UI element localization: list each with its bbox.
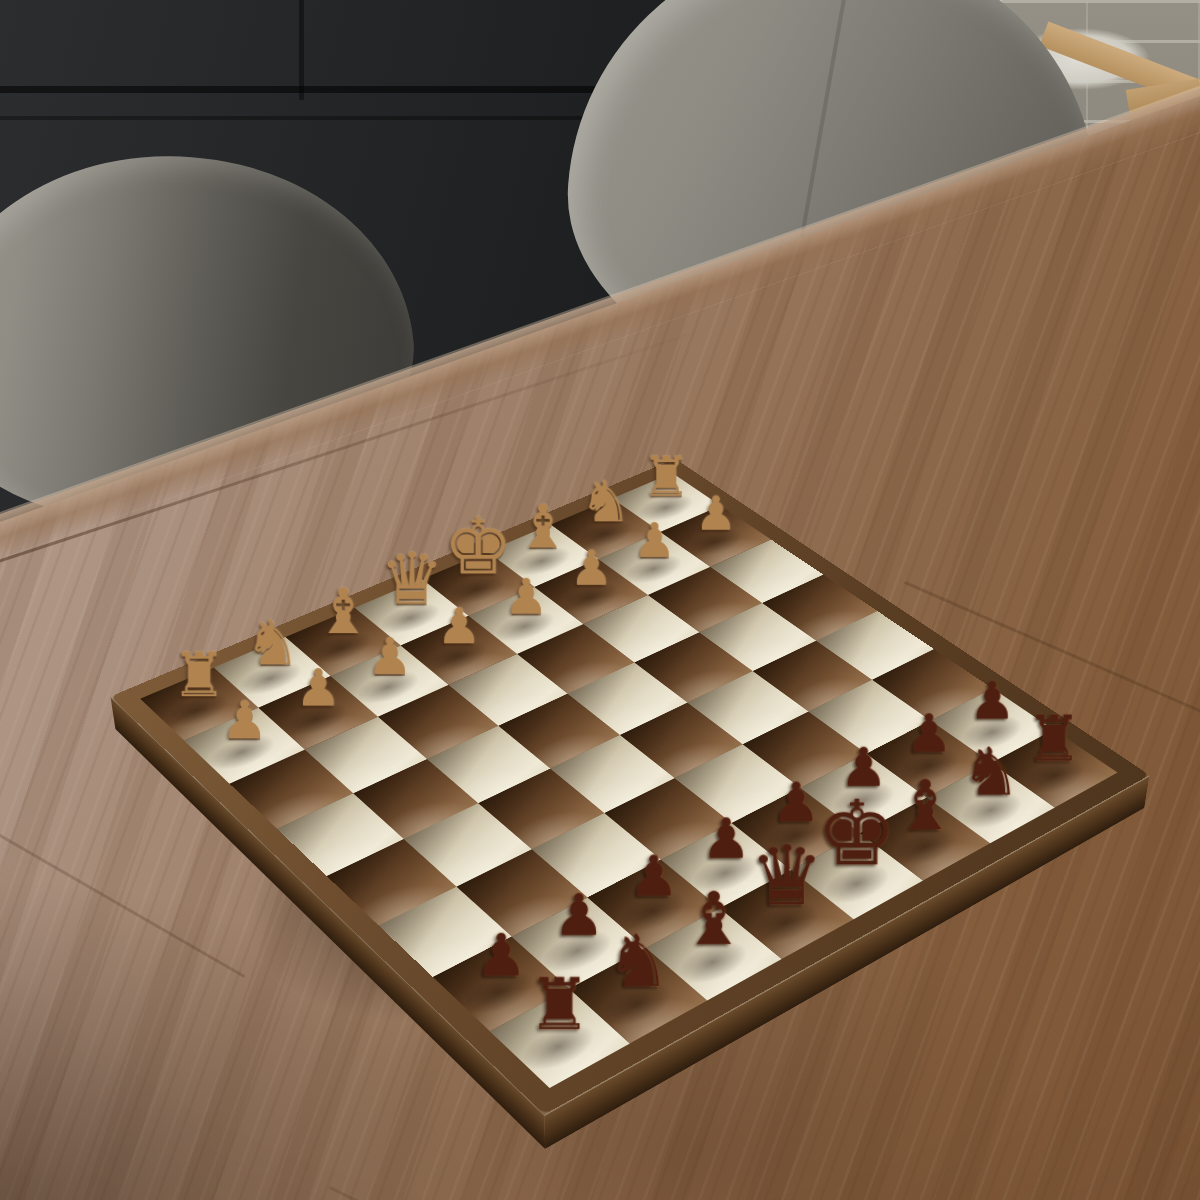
board-grid: ♜♞♝♛♚♝♞♜♟♟♟♟♟♟♟♟♟♟♟♟♟♟♟♟♜♞♝♛♚♝♞♜ [140,473,1117,1088]
square-c6 [532,813,661,897]
piece-white-rook: ♜ [628,452,705,502]
cabinet-groove [299,0,304,100]
photo-scene: ♜♞♝♛♚♝♞♜♟♟♟♟♟♟♟♟♟♟♟♟♟♟♟♟♜♞♝♛♚♝♞♜ [0,0,1200,1200]
cabinet-groove [0,86,690,93]
chess-board: ♜♞♝♛♚♝♞♜♟♟♟♟♟♟♟♟♟♟♟♟♟♟♟♟♜♞♝♛♚♝♞♜ [250,365,990,1105]
